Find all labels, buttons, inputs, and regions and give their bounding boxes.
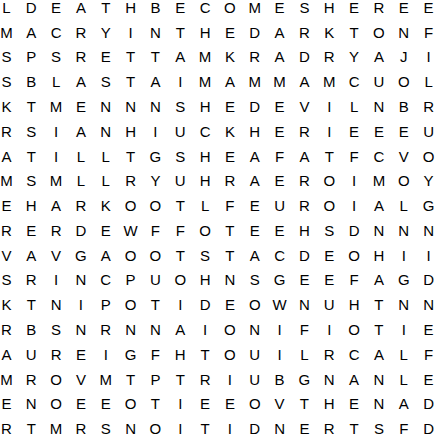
grid-cell-r8-c10[interactable]: R	[218, 168, 243, 193]
grid-cell-r1-c2[interactable]: D	[19, 0, 44, 20]
grid-cell-r3-c2[interactable]: P	[19, 45, 44, 70]
grid-cell-r14-c12[interactable]: I	[267, 317, 292, 342]
grid-cell-r18-c16[interactable]: S	[367, 416, 392, 436]
grid-cell-r9-c7[interactable]: O	[143, 193, 168, 218]
grid-cell-r5-c7[interactable]: N	[143, 94, 168, 119]
grid-cell-r16-c12[interactable]: B	[267, 367, 292, 392]
grid-cell-r6-c10[interactable]: K	[218, 119, 243, 144]
grid-cell-r7-c12[interactable]: F	[267, 144, 292, 169]
grid-cell-r3-c17[interactable]: J	[391, 45, 416, 70]
grid-cell-r2-c5[interactable]: Y	[93, 20, 118, 45]
grid-cell-r6-c5[interactable]: N	[93, 119, 118, 144]
grid-cell-r18-c4[interactable]: R	[69, 416, 94, 436]
grid-cell-r15-c15[interactable]: C	[342, 342, 367, 367]
grid-cell-r17-c18[interactable]: D	[416, 391, 435, 416]
grid-cell-r2-c7[interactable]: N	[143, 20, 168, 45]
grid-cell-r12-c5[interactable]: C	[93, 268, 118, 293]
grid-cell-r5-c11[interactable]: D	[242, 94, 267, 119]
grid-cell-r9-c6[interactable]: O	[118, 193, 143, 218]
grid-cell-r3-c5[interactable]: E	[93, 45, 118, 70]
grid-cell-r7-c10[interactable]: E	[218, 144, 243, 169]
grid-cell-r16-c8[interactable]: T	[168, 367, 193, 392]
grid-cell-r15-c12[interactable]: I	[267, 342, 292, 367]
grid-cell-r13-c2[interactable]: T	[19, 292, 44, 317]
grid-cell-r14-c6[interactable]: N	[118, 317, 143, 342]
grid-cell-r18-c11[interactable]: D	[242, 416, 267, 436]
grid-cell-r3-c11[interactable]: R	[242, 45, 267, 70]
grid-cell-r7-c14[interactable]: T	[317, 144, 342, 169]
grid-cell-r12-c14[interactable]: E	[317, 268, 342, 293]
grid-cell-r5-c17[interactable]: B	[391, 94, 416, 119]
grid-cell-r10-c10[interactable]: T	[218, 218, 243, 243]
grid-cell-r3-c3[interactable]: S	[44, 45, 69, 70]
grid-cell-r3-c6[interactable]: T	[118, 45, 143, 70]
grid-cell-r15-c5[interactable]: I	[93, 342, 118, 367]
grid-cell-r6-c6[interactable]: H	[118, 119, 143, 144]
grid-cell-r18-c7[interactable]: O	[143, 416, 168, 436]
grid-cell-r10-c18[interactable]: N	[416, 218, 435, 243]
grid-cell-r9-c2[interactable]: H	[19, 193, 44, 218]
grid-cell-r5-c13[interactable]: V	[292, 94, 317, 119]
grid-cell-r7-c5[interactable]: L	[93, 144, 118, 169]
grid-cell-r5-c3[interactable]: M	[44, 94, 69, 119]
grid-cell-r13-c18[interactable]: N	[416, 292, 435, 317]
grid-cell-r11-c13[interactable]: D	[292, 243, 317, 268]
grid-cell-r13-c7[interactable]: T	[143, 292, 168, 317]
grid-cell-r1-c7[interactable]: B	[143, 0, 168, 20]
grid-cell-r9-c18[interactable]: G	[416, 193, 435, 218]
grid-cell-r4-c13[interactable]: A	[292, 69, 317, 94]
grid-cell-r7-c7[interactable]: G	[143, 144, 168, 169]
grid-cell-r18-c2[interactable]: T	[19, 416, 44, 436]
grid-cell-r11-c12[interactable]: C	[267, 243, 292, 268]
grid-cell-r8-c7[interactable]: Y	[143, 168, 168, 193]
grid-cell-r18-c3[interactable]: M	[44, 416, 69, 436]
grid-cell-r16-c15[interactable]: A	[342, 367, 367, 392]
grid-cell-r13-c4[interactable]: I	[69, 292, 94, 317]
grid-cell-r8-c1[interactable]: M	[0, 168, 19, 193]
grid-cell-r9-c5[interactable]: K	[93, 193, 118, 218]
grid-cell-r17-c9[interactable]: E	[193, 391, 218, 416]
grid-cell-r2-c13[interactable]: R	[292, 20, 317, 45]
grid-cell-r9-c16[interactable]: A	[367, 193, 392, 218]
grid-cell-r6-c15[interactable]: E	[342, 119, 367, 144]
grid-cell-r7-c6[interactable]: T	[118, 144, 143, 169]
grid-cell-r12-c2[interactable]: R	[19, 268, 44, 293]
grid-cell-r15-c18[interactable]: F	[416, 342, 435, 367]
grid-cell-r14-c17[interactable]: I	[391, 317, 416, 342]
grid-cell-r8-c4[interactable]: L	[69, 168, 94, 193]
grid-cell-r7-c1[interactable]: A	[0, 144, 19, 169]
grid-cell-r3-c14[interactable]: R	[317, 45, 342, 70]
grid-cell-r17-c4[interactable]: E	[69, 391, 94, 416]
grid-cell-r9-c3[interactable]: A	[44, 193, 69, 218]
grid-cell-r17-c1[interactable]: E	[0, 391, 19, 416]
grid-cell-r7-c8[interactable]: S	[168, 144, 193, 169]
grid-cell-r7-c15[interactable]: F	[342, 144, 367, 169]
grid-cell-r14-c9[interactable]: I	[193, 317, 218, 342]
grid-cell-r16-c9[interactable]: R	[193, 367, 218, 392]
grid-cell-r6-c11[interactable]: H	[242, 119, 267, 144]
grid-cell-r7-c16[interactable]: C	[367, 144, 392, 169]
grid-cell-r17-c15[interactable]: E	[342, 391, 367, 416]
grid-cell-r14-c10[interactable]: O	[218, 317, 243, 342]
grid-cell-r4-c10[interactable]: A	[218, 69, 243, 94]
grid-cell-r4-c12[interactable]: M	[267, 69, 292, 94]
grid-cell-r17-c10[interactable]: E	[218, 391, 243, 416]
grid-cell-r13-c11[interactable]: O	[242, 292, 267, 317]
grid-cell-r8-c11[interactable]: A	[242, 168, 267, 193]
grid-cell-r5-c15[interactable]: L	[342, 94, 367, 119]
grid-cell-r2-c14[interactable]: K	[317, 20, 342, 45]
grid-cell-r12-c8[interactable]: O	[168, 268, 193, 293]
grid-cell-r5-c2[interactable]: T	[19, 94, 44, 119]
grid-cell-r9-c17[interactable]: L	[391, 193, 416, 218]
grid-cell-r11-c9[interactable]: S	[193, 243, 218, 268]
grid-cell-r15-c11[interactable]: U	[242, 342, 267, 367]
grid-cell-r4-c2[interactable]: B	[19, 69, 44, 94]
grid-cell-r18-c14[interactable]: R	[317, 416, 342, 436]
grid-cell-r3-c18[interactable]: I	[416, 45, 435, 70]
grid-cell-r14-c5[interactable]: R	[93, 317, 118, 342]
grid-cell-r6-c9[interactable]: C	[193, 119, 218, 144]
grid-cell-r7-c13[interactable]: A	[292, 144, 317, 169]
grid-cell-r15-c1[interactable]: A	[0, 342, 19, 367]
grid-cell-r6-c1[interactable]: R	[0, 119, 19, 144]
grid-cell-r15-c16[interactable]: A	[367, 342, 392, 367]
grid-cell-r11-c8[interactable]: T	[168, 243, 193, 268]
grid-cell-r17-c8[interactable]: I	[168, 391, 193, 416]
grid-cell-r15-c6[interactable]: G	[118, 342, 143, 367]
grid-cell-r12-c13[interactable]: E	[292, 268, 317, 293]
grid-cell-r14-c13[interactable]: F	[292, 317, 317, 342]
grid-cell-r12-c10[interactable]: N	[218, 268, 243, 293]
grid-cell-r7-c2[interactable]: T	[19, 144, 44, 169]
grid-cell-r4-c18[interactable]: L	[416, 69, 435, 94]
grid-cell-r16-c10[interactable]: I	[218, 367, 243, 392]
grid-cell-r10-c17[interactable]: N	[391, 218, 416, 243]
grid-cell-r10-c6[interactable]: W	[118, 218, 143, 243]
grid-cell-r2-c1[interactable]: M	[0, 20, 19, 45]
grid-cell-r17-c13[interactable]: T	[292, 391, 317, 416]
grid-cell-r5-c6[interactable]: N	[118, 94, 143, 119]
grid-cell-r8-c2[interactable]: S	[19, 168, 44, 193]
grid-cell-r12-c11[interactable]: S	[242, 268, 267, 293]
grid-cell-r16-c2[interactable]: R	[19, 367, 44, 392]
grid-cell-r9-c10[interactable]: F	[218, 193, 243, 218]
grid-cell-r17-c16[interactable]: N	[367, 391, 392, 416]
grid-cell-r6-c2[interactable]: S	[19, 119, 44, 144]
grid-cell-r7-c17[interactable]: V	[391, 144, 416, 169]
grid-cell-r8-c12[interactable]: E	[267, 168, 292, 193]
grid-cell-r17-c2[interactable]: N	[19, 391, 44, 416]
grid-cell-r14-c7[interactable]: N	[143, 317, 168, 342]
grid-cell-r6-c4[interactable]: A	[69, 119, 94, 144]
grid-cell-r10-c4[interactable]: D	[69, 218, 94, 243]
grid-cell-r10-c12[interactable]: E	[267, 218, 292, 243]
grid-cell-r6-c14[interactable]: I	[317, 119, 342, 144]
grid-cell-r5-c4[interactable]: E	[69, 94, 94, 119]
grid-cell-r16-c7[interactable]: P	[143, 367, 168, 392]
grid-cell-r15-c10[interactable]: O	[218, 342, 243, 367]
grid-cell-r4-c15[interactable]: C	[342, 69, 367, 94]
grid-cell-r11-c5[interactable]: A	[93, 243, 118, 268]
grid-cell-r4-c14[interactable]: M	[317, 69, 342, 94]
grid-cell-r14-c15[interactable]: O	[342, 317, 367, 342]
grid-cell-r10-c15[interactable]: D	[342, 218, 367, 243]
grid-cell-r15-c3[interactable]: R	[44, 342, 69, 367]
grid-cell-r12-c18[interactable]: D	[416, 268, 435, 293]
grid-cell-r17-c7[interactable]: T	[143, 391, 168, 416]
grid-cell-r8-c15[interactable]: I	[342, 168, 367, 193]
grid-cell-r16-c1[interactable]: M	[0, 367, 19, 392]
grid-cell-r1-c18[interactable]: E	[416, 0, 435, 20]
grid-cell-r16-c16[interactable]: N	[367, 367, 392, 392]
grid-cell-r4-c7[interactable]: A	[143, 69, 168, 94]
grid-cell-r13-c13[interactable]: N	[292, 292, 317, 317]
grid-cell-r14-c4[interactable]: N	[69, 317, 94, 342]
grid-cell-r8-c8[interactable]: U	[168, 168, 193, 193]
grid-cell-r13-c12[interactable]: W	[267, 292, 292, 317]
grid-cell-r13-c5[interactable]: P	[93, 292, 118, 317]
grid-cell-r7-c3[interactable]: I	[44, 144, 69, 169]
grid-cell-r4-c17[interactable]: O	[391, 69, 416, 94]
grid-cell-r6-c18[interactable]: U	[416, 119, 435, 144]
grid-cell-r12-c16[interactable]: A	[367, 268, 392, 293]
grid-cell-r14-c11[interactable]: N	[242, 317, 267, 342]
grid-cell-r9-c8[interactable]: T	[168, 193, 193, 218]
grid-cell-r11-c16[interactable]: H	[367, 243, 392, 268]
grid-cell-r5-c5[interactable]: N	[93, 94, 118, 119]
grid-cell-r16-c5[interactable]: M	[93, 367, 118, 392]
grid-cell-r13-c10[interactable]: E	[218, 292, 243, 317]
grid-cell-r14-c3[interactable]: S	[44, 317, 69, 342]
grid-cell-r5-c1[interactable]: K	[0, 94, 19, 119]
grid-cell-r2-c4[interactable]: R	[69, 20, 94, 45]
grid-cell-r11-c15[interactable]: O	[342, 243, 367, 268]
grid-cell-r9-c12[interactable]: U	[267, 193, 292, 218]
grid-cell-r5-c12[interactable]: E	[267, 94, 292, 119]
grid-cell-r2-c15[interactable]: T	[342, 20, 367, 45]
grid-cell-r2-c9[interactable]: H	[193, 20, 218, 45]
grid-cell-r3-c10[interactable]: K	[218, 45, 243, 70]
grid-cell-r2-c3[interactable]: C	[44, 20, 69, 45]
grid-cell-r2-c8[interactable]: T	[168, 20, 193, 45]
grid-cell-r3-c1[interactable]: S	[0, 45, 19, 70]
grid-cell-r5-c18[interactable]: R	[416, 94, 435, 119]
grid-cell-r14-c2[interactable]: B	[19, 317, 44, 342]
grid-cell-r18-c5[interactable]: S	[93, 416, 118, 436]
grid-cell-r11-c4[interactable]: G	[69, 243, 94, 268]
grid-cell-r11-c10[interactable]: T	[218, 243, 243, 268]
grid-cell-r13-c15[interactable]: H	[342, 292, 367, 317]
grid-cell-r5-c14[interactable]: I	[317, 94, 342, 119]
grid-cell-r14-c1[interactable]: R	[0, 317, 19, 342]
grid-cell-r13-c1[interactable]: K	[0, 292, 19, 317]
grid-cell-r8-c18[interactable]: Y	[416, 168, 435, 193]
grid-cell-r11-c7[interactable]: O	[143, 243, 168, 268]
grid-cell-r16-c6[interactable]: T	[118, 367, 143, 392]
grid-cell-r10-c7[interactable]: F	[143, 218, 168, 243]
grid-cell-r2-c12[interactable]: A	[267, 20, 292, 45]
grid-cell-r11-c14[interactable]: E	[317, 243, 342, 268]
grid-cell-r15-c8[interactable]: H	[168, 342, 193, 367]
grid-cell-r1-c5[interactable]: T	[93, 0, 118, 20]
grid-cell-r16-c3[interactable]: O	[44, 367, 69, 392]
grid-cell-r17-c3[interactable]: O	[44, 391, 69, 416]
grid-cell-r6-c16[interactable]: E	[367, 119, 392, 144]
grid-cell-r14-c8[interactable]: A	[168, 317, 193, 342]
grid-cell-r16-c18[interactable]: E	[416, 367, 435, 392]
grid-cell-r12-c7[interactable]: U	[143, 268, 168, 293]
grid-cell-r6-c12[interactable]: E	[267, 119, 292, 144]
grid-cell-r17-c5[interactable]: E	[93, 391, 118, 416]
grid-cell-r18-c18[interactable]: D	[416, 416, 435, 436]
grid-cell-r3-c15[interactable]: Y	[342, 45, 367, 70]
grid-cell-r13-c16[interactable]: T	[367, 292, 392, 317]
grid-cell-r1-c12[interactable]: E	[267, 0, 292, 20]
grid-cell-r14-c18[interactable]: E	[416, 317, 435, 342]
grid-cell-r3-c4[interactable]: R	[69, 45, 94, 70]
grid-cell-r17-c14[interactable]: H	[317, 391, 342, 416]
grid-cell-r8-c13[interactable]: R	[292, 168, 317, 193]
grid-cell-r15-c7[interactable]: F	[143, 342, 168, 367]
grid-cell-r15-c9[interactable]: T	[193, 342, 218, 367]
grid-cell-r1-c1[interactable]: L	[0, 0, 19, 20]
grid-cell-r8-c5[interactable]: L	[93, 168, 118, 193]
grid-cell-r6-c17[interactable]: E	[391, 119, 416, 144]
grid-cell-r18-c17[interactable]: F	[391, 416, 416, 436]
grid-cell-r13-c17[interactable]: N	[391, 292, 416, 317]
grid-cell-r3-c16[interactable]: A	[367, 45, 392, 70]
grid-cell-r1-c17[interactable]: E	[391, 0, 416, 20]
grid-cell-r12-c12[interactable]: G	[267, 268, 292, 293]
grid-cell-r18-c6[interactable]: N	[118, 416, 143, 436]
grid-cell-r1-c14[interactable]: H	[317, 0, 342, 20]
grid-cell-r1-c10[interactable]: O	[218, 0, 243, 20]
grid-cell-r3-c8[interactable]: A	[168, 45, 193, 70]
grid-cell-r1-c4[interactable]: A	[69, 0, 94, 20]
grid-cell-r3-c9[interactable]: M	[193, 45, 218, 70]
grid-cell-r12-c1[interactable]: S	[0, 268, 19, 293]
grid-cell-r15-c2[interactable]: U	[19, 342, 44, 367]
grid-cell-r9-c1[interactable]: E	[0, 193, 19, 218]
grid-cell-r4-c16[interactable]: U	[367, 69, 392, 94]
grid-cell-r11-c2[interactable]: A	[19, 243, 44, 268]
grid-cell-r4-c3[interactable]: L	[44, 69, 69, 94]
grid-cell-r13-c6[interactable]: O	[118, 292, 143, 317]
grid-cell-r2-c17[interactable]: N	[391, 20, 416, 45]
grid-cell-r4-c8[interactable]: I	[168, 69, 193, 94]
grid-cell-r14-c14[interactable]: I	[317, 317, 342, 342]
grid-cell-r7-c4[interactable]: L	[69, 144, 94, 169]
grid-cell-r18-c10[interactable]: I	[218, 416, 243, 436]
grid-cell-r6-c3[interactable]: I	[44, 119, 69, 144]
grid-cell-r1-c11[interactable]: M	[242, 0, 267, 20]
grid-cell-r8-c9[interactable]: H	[193, 168, 218, 193]
grid-cell-r11-c1[interactable]: V	[0, 243, 19, 268]
grid-cell-r9-c9[interactable]: L	[193, 193, 218, 218]
grid-cell-r12-c15[interactable]: F	[342, 268, 367, 293]
grid-cell-r10-c16[interactable]: N	[367, 218, 392, 243]
grid-cell-r5-c16[interactable]: N	[367, 94, 392, 119]
grid-cell-r16-c13[interactable]: G	[292, 367, 317, 392]
grid-cell-r15-c17[interactable]: L	[391, 342, 416, 367]
grid-cell-r11-c3[interactable]: V	[44, 243, 69, 268]
grid-cell-r10-c2[interactable]: E	[19, 218, 44, 243]
grid-cell-r15-c13[interactable]: L	[292, 342, 317, 367]
grid-cell-r5-c8[interactable]: S	[168, 94, 193, 119]
grid-cell-r6-c13[interactable]: R	[292, 119, 317, 144]
grid-cell-r1-c15[interactable]: E	[342, 0, 367, 20]
grid-cell-r18-c15[interactable]: T	[342, 416, 367, 436]
grid-cell-r10-c5[interactable]: E	[93, 218, 118, 243]
grid-cell-r6-c8[interactable]: U	[168, 119, 193, 144]
grid-cell-r10-c1[interactable]: R	[0, 218, 19, 243]
grid-cell-r5-c9[interactable]: H	[193, 94, 218, 119]
grid-cell-r7-c11[interactable]: A	[242, 144, 267, 169]
grid-cell-r13-c9[interactable]: D	[193, 292, 218, 317]
grid-cell-r3-c13[interactable]: D	[292, 45, 317, 70]
grid-cell-r4-c5[interactable]: S	[93, 69, 118, 94]
grid-cell-r10-c13[interactable]: H	[292, 218, 317, 243]
grid-cell-r7-c9[interactable]: H	[193, 144, 218, 169]
grid-cell-r3-c7[interactable]: T	[143, 45, 168, 70]
grid-cell-r16-c4[interactable]: V	[69, 367, 94, 392]
grid-cell-r4-c6[interactable]: T	[118, 69, 143, 94]
grid-cell-r2-c16[interactable]: O	[367, 20, 392, 45]
grid-cell-r8-c6[interactable]: R	[118, 168, 143, 193]
grid-cell-r1-c8[interactable]: E	[168, 0, 193, 20]
grid-cell-r4-c1[interactable]: S	[0, 69, 19, 94]
grid-cell-r10-c11[interactable]: E	[242, 218, 267, 243]
grid-cell-r8-c16[interactable]: M	[367, 168, 392, 193]
grid-cell-r16-c14[interactable]: N	[317, 367, 342, 392]
grid-cell-r15-c4[interactable]: E	[69, 342, 94, 367]
grid-cell-r18-c8[interactable]: I	[168, 416, 193, 436]
grid-cell-r16-c11[interactable]: U	[242, 367, 267, 392]
grid-cell-r16-c17[interactable]: L	[391, 367, 416, 392]
grid-cell-r17-c17[interactable]: A	[391, 391, 416, 416]
grid-cell-r1-c13[interactable]: S	[292, 0, 317, 20]
grid-cell-r12-c4[interactable]: N	[69, 268, 94, 293]
grid-cell-r2-c6[interactable]: I	[118, 20, 143, 45]
grid-cell-r18-c13[interactable]: E	[292, 416, 317, 436]
grid-cell-r14-c16[interactable]: T	[367, 317, 392, 342]
grid-cell-r10-c3[interactable]: R	[44, 218, 69, 243]
grid-cell-r10-c8[interactable]: F	[168, 218, 193, 243]
grid-cell-r18-c12[interactable]: N	[267, 416, 292, 436]
grid-cell-r11-c17[interactable]: I	[391, 243, 416, 268]
grid-cell-r13-c3[interactable]: N	[44, 292, 69, 317]
grid-cell-r4-c11[interactable]: M	[242, 69, 267, 94]
grid-cell-r8-c17[interactable]: O	[391, 168, 416, 193]
grid-cell-r1-c16[interactable]: R	[367, 0, 392, 20]
grid-cell-r9-c4[interactable]: R	[69, 193, 94, 218]
grid-cell-r9-c13[interactable]: R	[292, 193, 317, 218]
grid-cell-r9-c14[interactable]: O	[317, 193, 342, 218]
grid-cell-r3-c12[interactable]: A	[267, 45, 292, 70]
grid-cell-r15-c14[interactable]: R	[317, 342, 342, 367]
grid-cell-r12-c3[interactable]: I	[44, 268, 69, 293]
grid-cell-r17-c11[interactable]: O	[242, 391, 267, 416]
grid-cell-r7-c18[interactable]: O	[416, 144, 435, 169]
grid-cell-r13-c8[interactable]: I	[168, 292, 193, 317]
grid-cell-r2-c2[interactable]: A	[19, 20, 44, 45]
grid-cell-r10-c9[interactable]: O	[193, 218, 218, 243]
grid-cell-r17-c6[interactable]: O	[118, 391, 143, 416]
grid-cell-r11-c6[interactable]: O	[118, 243, 143, 268]
